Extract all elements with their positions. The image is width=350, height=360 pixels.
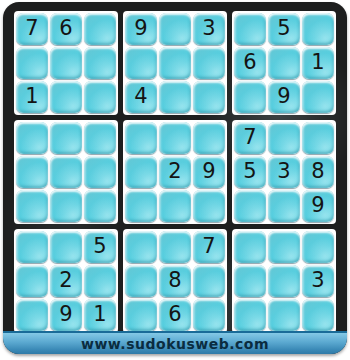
sudoku-cell-r3c1[interactable]: 1 (16, 81, 48, 113)
cell-digit: 3 (311, 270, 324, 291)
sudoku-cell-r8c1[interactable] (16, 265, 48, 297)
sudoku-cell-r1c8[interactable]: 5 (268, 13, 300, 45)
sudoku-cell-r6c6[interactable] (193, 190, 225, 222)
cell-digit: 4 (134, 86, 147, 107)
sudoku-cell-r3c5[interactable] (159, 81, 191, 113)
sudoku-cell-r4c6[interactable] (193, 122, 225, 154)
cell-digit: 9 (202, 161, 215, 182)
sudoku-cell-r1c3[interactable] (84, 13, 116, 45)
cell-digit: 1 (93, 304, 106, 325)
sudoku-cell-r3c2[interactable] (50, 81, 82, 113)
sudoku-cell-r6c9[interactable]: 9 (302, 190, 334, 222)
sudoku-cell-r6c1[interactable] (16, 190, 48, 222)
sudoku-cell-r5c5[interactable]: 2 (159, 156, 191, 188)
sudoku-cell-r1c1[interactable]: 7 (16, 13, 48, 45)
sudoku-cell-r7c1[interactable] (16, 231, 48, 263)
sudoku-cell-r5c3[interactable] (84, 156, 116, 188)
sudoku-box: 5619 (232, 11, 336, 115)
sudoku-cell-r4c9[interactable] (302, 122, 334, 154)
sudoku-cell-r4c8[interactable] (268, 122, 300, 154)
sudoku-cell-r9c2[interactable]: 9 (50, 299, 82, 331)
cell-digit: 1 (25, 86, 38, 107)
sudoku-cell-r2c6[interactable] (193, 47, 225, 79)
sudoku-cell-r3c3[interactable] (84, 81, 116, 113)
sudoku-cell-r4c7[interactable]: 7 (234, 122, 266, 154)
footer-banner: www.sudokusweb.com (3, 331, 347, 354)
sudoku-cell-r1c7[interactable] (234, 13, 266, 45)
sudoku-cell-r8c6[interactable] (193, 265, 225, 297)
cell-digit: 9 (59, 304, 72, 325)
sudoku-box: 761 (14, 11, 118, 115)
sudoku-board: 761 934 5619 29 75389 5291 786 3 (14, 11, 336, 333)
sudoku-cell-r2c8[interactable] (268, 47, 300, 79)
sudoku-cell-r7c8[interactable] (268, 231, 300, 263)
sudoku-cell-r3c4[interactable]: 4 (125, 81, 157, 113)
cell-digit: 2 (59, 270, 72, 291)
cell-digit: 8 (311, 161, 324, 182)
sudoku-cell-r5c9[interactable]: 8 (302, 156, 334, 188)
sudoku-cell-r7c9[interactable] (302, 231, 334, 263)
sudoku-cell-r4c1[interactable] (16, 122, 48, 154)
sudoku-cell-r5c4[interactable] (125, 156, 157, 188)
cell-digit: 9 (134, 18, 147, 39)
sudoku-cell-r8c9[interactable]: 3 (302, 265, 334, 297)
sudoku-cell-r3c9[interactable] (302, 81, 334, 113)
sudoku-cell-r1c6[interactable]: 3 (193, 13, 225, 45)
sudoku-cell-r9c7[interactable] (234, 299, 266, 331)
sudoku-cell-r9c6[interactable] (193, 299, 225, 331)
sudoku-cell-r8c2[interactable]: 2 (50, 265, 82, 297)
sudoku-cell-r7c3[interactable]: 5 (84, 231, 116, 263)
sudoku-cell-r8c4[interactable] (125, 265, 157, 297)
cell-digit: 7 (202, 236, 215, 257)
cell-digit: 6 (59, 18, 72, 39)
cell-digit: 8 (168, 270, 181, 291)
sudoku-box (14, 120, 118, 224)
sudoku-box: 934 (123, 11, 227, 115)
sudoku-box: 786 (123, 229, 227, 333)
sudoku-cell-r1c4[interactable]: 9 (125, 13, 157, 45)
cell-digit: 7 (25, 18, 38, 39)
sudoku-cell-r2c5[interactable] (159, 47, 191, 79)
cell-digit: 1 (311, 52, 324, 73)
site-url[interactable]: www.sudokusweb.com (81, 336, 269, 352)
cell-digit: 5 (277, 18, 290, 39)
sudoku-cell-r5c6[interactable]: 9 (193, 156, 225, 188)
sudoku-cell-r4c5[interactable] (159, 122, 191, 154)
cell-digit: 7 (243, 127, 256, 148)
sudoku-cell-r5c7[interactable]: 5 (234, 156, 266, 188)
cell-digit: 9 (277, 86, 290, 107)
sudoku-cell-r1c2[interactable]: 6 (50, 13, 82, 45)
sudoku-cell-r7c6[interactable]: 7 (193, 231, 225, 263)
cell-digit: 3 (277, 161, 290, 182)
sudoku-cell-r8c8[interactable] (268, 265, 300, 297)
sudoku-cell-r7c2[interactable] (50, 231, 82, 263)
cell-digit: 2 (168, 161, 181, 182)
sudoku-cell-r2c1[interactable] (16, 47, 48, 79)
cell-digit: 9 (311, 195, 324, 216)
sudoku-cell-r6c3[interactable] (84, 190, 116, 222)
sudoku-cell-r8c5[interactable]: 8 (159, 265, 191, 297)
sudoku-cell-r3c8[interactable]: 9 (268, 81, 300, 113)
sudoku-cell-r2c4[interactable] (125, 47, 157, 79)
sudoku-cell-r4c3[interactable] (84, 122, 116, 154)
sudoku-cell-r1c9[interactable] (302, 13, 334, 45)
sudoku-cell-r7c5[interactable] (159, 231, 191, 263)
sudoku-cell-r9c9[interactable] (302, 299, 334, 331)
sudoku-cell-r6c4[interactable] (125, 190, 157, 222)
sudoku-box: 75389 (232, 120, 336, 224)
sudoku-cell-r8c7[interactable] (234, 265, 266, 297)
sudoku-cell-r6c7[interactable] (234, 190, 266, 222)
sudoku-cell-r9c1[interactable] (16, 299, 48, 331)
sudoku-cell-r4c2[interactable] (50, 122, 82, 154)
sudoku-cell-r3c7[interactable] (234, 81, 266, 113)
sudoku-cell-r9c5[interactable]: 6 (159, 299, 191, 331)
sudoku-cell-r7c4[interactable] (125, 231, 157, 263)
sudoku-cell-r2c9[interactable]: 1 (302, 47, 334, 79)
sudoku-cell-r5c2[interactable] (50, 156, 82, 188)
sudoku-cell-r2c7[interactable]: 6 (234, 47, 266, 79)
sudoku-box: 3 (232, 229, 336, 333)
board-frame: 761 934 5619 29 75389 5291 786 3 www.sud… (3, 2, 347, 354)
sudoku-cell-r7c7[interactable] (234, 231, 266, 263)
sudoku-cell-r3c6[interactable] (193, 81, 225, 113)
sudoku-cell-r9c4[interactable] (125, 299, 157, 331)
sudoku-cell-r8c3[interactable] (84, 265, 116, 297)
sudoku-cell-r1c5[interactable] (159, 13, 191, 45)
cell-digit: 6 (243, 52, 256, 73)
sudoku-cell-r9c8[interactable] (268, 299, 300, 331)
cell-digit: 5 (243, 161, 256, 182)
sudoku-cell-r9c3[interactable]: 1 (84, 299, 116, 331)
cell-digit: 6 (168, 304, 181, 325)
sudoku-cell-r5c8[interactable]: 3 (268, 156, 300, 188)
cell-digit: 3 (202, 18, 215, 39)
cell-digit: 5 (93, 236, 106, 257)
sudoku-cell-r4c4[interactable] (125, 122, 157, 154)
sudoku-cell-r2c3[interactable] (84, 47, 116, 79)
sudoku-cell-r6c8[interactable] (268, 190, 300, 222)
sudoku-box: 5291 (14, 229, 118, 333)
sudoku-cell-r2c2[interactable] (50, 47, 82, 79)
sudoku-cell-r5c1[interactable] (16, 156, 48, 188)
sudoku-cell-r6c5[interactable] (159, 190, 191, 222)
sudoku-cell-r6c2[interactable] (50, 190, 82, 222)
sudoku-box: 29 (123, 120, 227, 224)
